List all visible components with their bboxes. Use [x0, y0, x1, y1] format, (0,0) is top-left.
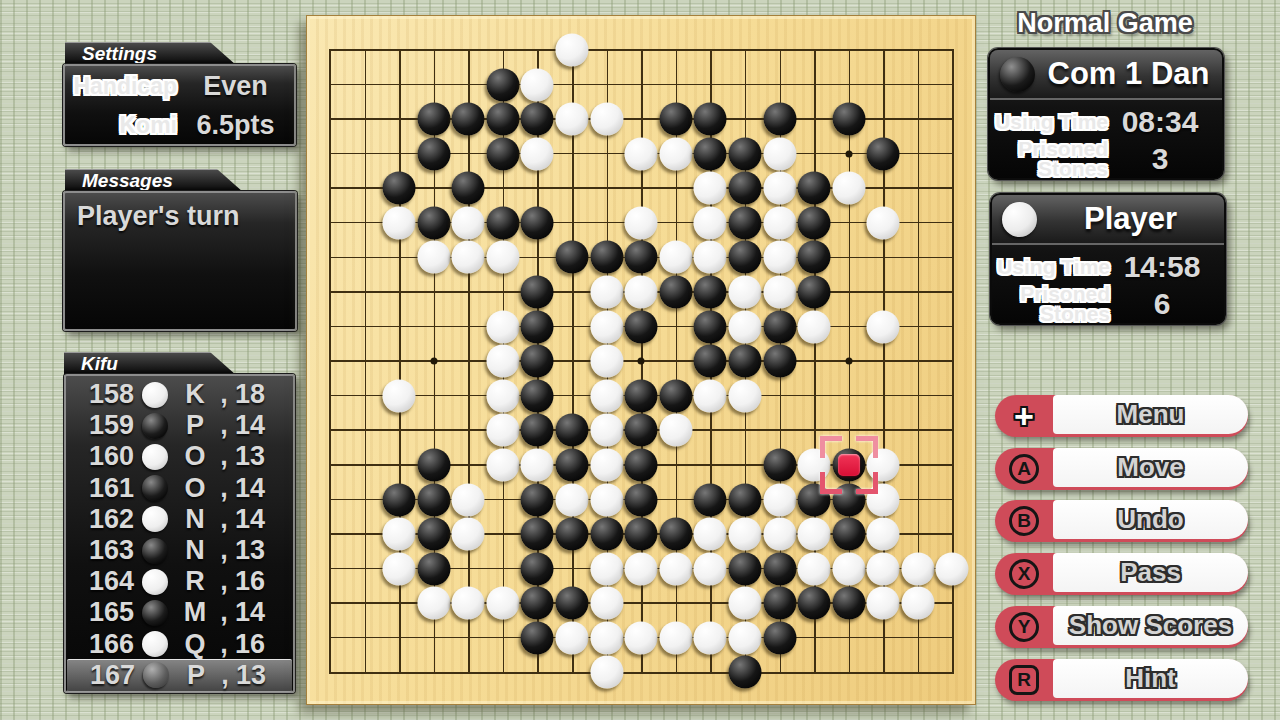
star-point — [845, 150, 852, 157]
move-row: 16 — [235, 629, 281, 660]
white-stone-icon — [142, 382, 168, 408]
black-stone — [625, 448, 658, 481]
turn-status-text: Player's turn — [77, 201, 240, 232]
move-col: P — [177, 410, 213, 441]
move-number: 167 — [73, 660, 135, 691]
white-stone — [521, 68, 554, 101]
komi-row: Komi 6.5pts — [65, 106, 294, 144]
white-stone — [625, 276, 658, 309]
kifu-row[interactable]: 165M,14 — [66, 597, 293, 628]
player-prisoned-count: 6 — [1110, 287, 1214, 321]
kifu-row[interactable]: 159P,14 — [66, 410, 293, 441]
white-stone — [556, 103, 589, 136]
undo-button[interactable]: BUndo — [995, 500, 1248, 542]
white-stone — [728, 621, 761, 654]
move-col: O — [177, 473, 213, 504]
black-stone — [556, 587, 589, 620]
white-stone — [901, 587, 934, 620]
white-stone — [625, 621, 658, 654]
white-stone — [590, 448, 623, 481]
using-time-label: Using Time — [992, 257, 1110, 277]
white-stone — [867, 310, 900, 343]
handicap-label: Handicap — [65, 73, 177, 100]
move-number: 164 — [72, 566, 134, 597]
com-using-time: 08:34 — [1108, 105, 1212, 139]
com-header: Com 1 Dan — [990, 50, 1222, 100]
settings-tab: Settings — [65, 42, 236, 65]
kifu-row[interactable]: 164R,16 — [66, 566, 293, 597]
white-stone — [763, 483, 796, 516]
move-comma: , — [213, 441, 235, 472]
move-number: 163 — [72, 535, 134, 566]
white-stone — [763, 206, 796, 239]
player-score-panel: Player Using Time 14:58 Prisoned Stones … — [990, 193, 1226, 325]
black-stone — [798, 241, 831, 274]
black-stone — [521, 345, 554, 378]
last-move-cursor — [820, 436, 878, 494]
white-stone — [832, 552, 865, 585]
move-comma: , — [214, 660, 236, 691]
handicap-value: Even — [177, 71, 294, 102]
black-stone-icon — [142, 413, 168, 439]
white-stone — [694, 206, 727, 239]
controller-key-+-icon: + — [1009, 401, 1039, 431]
black-stone — [659, 518, 692, 551]
black-stone — [694, 276, 727, 309]
com-score-panel: Com 1 Dan Using Time 08:34 Prisoned Ston… — [988, 48, 1224, 180]
settings-panel: Handicap Even Komi 6.5pts — [63, 64, 296, 146]
button-label: Menu — [1053, 395, 1248, 434]
black-stone-icon — [142, 600, 168, 626]
black-stone — [694, 345, 727, 378]
move-comma: , — [213, 410, 235, 441]
kifu-row[interactable]: 162N,14 — [66, 504, 293, 535]
white-stone — [486, 448, 519, 481]
black-stone — [383, 172, 416, 205]
black-stone — [556, 414, 589, 447]
black-stone — [590, 518, 623, 551]
move-row: 14 — [235, 410, 281, 441]
black-stone — [728, 483, 761, 516]
black-stone — [417, 137, 450, 170]
move-number: 165 — [72, 597, 134, 628]
white-stone — [590, 656, 623, 689]
controller-key-B-icon: B — [1009, 506, 1039, 536]
black-stone — [556, 448, 589, 481]
white-stone — [383, 552, 416, 585]
move-row: 14 — [235, 504, 281, 535]
controller-key-Y-icon: Y — [1009, 612, 1039, 642]
white-stone — [556, 34, 589, 67]
using-time-label: Using Time — [990, 112, 1108, 132]
last-move-marker — [838, 454, 860, 476]
button-label: Show Scores — [1053, 606, 1248, 645]
white-stone-icon — [142, 631, 168, 657]
move-comma: , — [213, 504, 235, 535]
white-stone — [383, 518, 416, 551]
black-stone — [521, 103, 554, 136]
black-stone — [417, 552, 450, 585]
move-row: 13 — [236, 660, 282, 691]
white-stone — [452, 206, 485, 239]
com-prisoned-count: 3 — [1108, 142, 1212, 176]
black-stone — [867, 137, 900, 170]
black-stone — [486, 137, 519, 170]
black-stone — [728, 345, 761, 378]
white-stone — [867, 518, 900, 551]
black-stone — [832, 103, 865, 136]
white-stone — [728, 310, 761, 343]
move-comma: , — [213, 379, 235, 410]
com-prisoned-row: Prisoned Stones 3 — [990, 139, 1212, 179]
black-stone — [763, 587, 796, 620]
star-point — [638, 358, 645, 365]
star-point — [845, 358, 852, 365]
black-stone — [625, 379, 658, 412]
controller-key-R-icon: R — [1009, 665, 1039, 695]
button-label: Undo — [1053, 500, 1248, 539]
white-stone — [728, 518, 761, 551]
black-stone — [728, 172, 761, 205]
kifu-row[interactable]: 166Q,16 — [66, 629, 293, 660]
show-scores-button[interactable]: YShow Scores — [995, 606, 1248, 648]
move-col: N — [177, 535, 213, 566]
black-stone — [486, 103, 519, 136]
white-stone — [728, 379, 761, 412]
kifu-row[interactable]: 161O,14 — [66, 473, 293, 504]
move-number: 159 — [72, 410, 134, 441]
black-stone — [798, 587, 831, 620]
move-col: K — [177, 379, 213, 410]
controller-key-A-icon: A — [1009, 454, 1039, 484]
white-stone — [694, 621, 727, 654]
black-stone — [556, 518, 589, 551]
white-stone — [521, 448, 554, 481]
black-stone — [694, 483, 727, 516]
white-stone — [625, 137, 658, 170]
com-using-time-row: Using Time 08:34 — [990, 105, 1212, 139]
black-stone — [486, 68, 519, 101]
player-header: Player — [992, 195, 1224, 245]
button-label: Pass — [1053, 553, 1248, 592]
black-stone — [417, 206, 450, 239]
black-stone — [763, 103, 796, 136]
black-stone — [521, 518, 554, 551]
white-stone — [659, 241, 692, 274]
move-row: 16 — [235, 566, 281, 597]
prisoned-stones-label: Prisoned Stones — [992, 284, 1110, 324]
black-stone — [728, 241, 761, 274]
white-stone — [590, 276, 623, 309]
move-col: N — [177, 504, 213, 535]
player-name: Player — [1037, 201, 1224, 237]
white-stone — [590, 414, 623, 447]
white-stone — [486, 310, 519, 343]
handicap-row: Handicap Even — [65, 67, 294, 105]
white-stone — [452, 241, 485, 274]
white-stone — [763, 276, 796, 309]
page-title: Normal Game — [1000, 8, 1210, 39]
black-stone — [798, 276, 831, 309]
black-stone — [521, 276, 554, 309]
white-stone — [452, 587, 485, 620]
white-stone — [521, 137, 554, 170]
black-stone — [763, 310, 796, 343]
white-stone — [486, 414, 519, 447]
menu-button[interactable]: +Menu — [995, 395, 1248, 437]
move-row: 14 — [235, 597, 281, 628]
black-stone — [521, 414, 554, 447]
white-stone — [694, 379, 727, 412]
komi-value: 6.5pts — [177, 110, 294, 141]
white-stone — [625, 552, 658, 585]
black-stone — [625, 310, 658, 343]
white-stone — [798, 310, 831, 343]
move-col: O — [177, 441, 213, 472]
black-stone — [521, 483, 554, 516]
move-row: 13 — [235, 441, 281, 472]
white-stone — [659, 552, 692, 585]
black-stone — [521, 552, 554, 585]
kifu-tab: Kifu — [64, 352, 236, 375]
black-stone — [659, 103, 692, 136]
move-col: R — [177, 566, 213, 597]
black-stone — [798, 172, 831, 205]
move-button[interactable]: AMove — [995, 448, 1248, 490]
messages-panel: Player's turn — [63, 191, 297, 331]
com-name: Com 1 Dan — [1035, 56, 1222, 92]
white-stone-icon — [142, 444, 168, 470]
komi-label: Komi — [65, 112, 177, 139]
white-stone — [798, 518, 831, 551]
white-stone — [936, 552, 969, 585]
white-stone — [417, 587, 450, 620]
move-row: 13 — [235, 535, 281, 566]
move-number: 166 — [72, 629, 134, 660]
white-stone — [590, 379, 623, 412]
move-row: 14 — [235, 473, 281, 504]
white-stone — [556, 483, 589, 516]
kifu-move-list: 158K,18159P,14160O,13161O,14162N,14163N,… — [64, 374, 295, 693]
white-stone — [452, 518, 485, 551]
black-stone — [763, 448, 796, 481]
move-comma: , — [213, 629, 235, 660]
white-stone — [867, 552, 900, 585]
move-number: 161 — [72, 473, 134, 504]
black-stone — [521, 379, 554, 412]
white-stone — [867, 206, 900, 239]
white-stone — [659, 137, 692, 170]
black-stone — [694, 103, 727, 136]
black-stone — [832, 518, 865, 551]
white-stone — [590, 621, 623, 654]
move-comma: , — [213, 597, 235, 628]
black-stone — [383, 483, 416, 516]
white-stone — [867, 587, 900, 620]
white-stone — [590, 345, 623, 378]
black-stone — [625, 518, 658, 551]
move-comma: , — [213, 566, 235, 597]
black-stone — [659, 379, 692, 412]
white-stone — [590, 587, 623, 620]
black-stone — [486, 206, 519, 239]
kifu-row[interactable]: 167P,13 — [67, 659, 292, 692]
black-stone — [625, 241, 658, 274]
black-stone — [417, 518, 450, 551]
black-stone — [728, 137, 761, 170]
black-stone — [728, 656, 761, 689]
black-stone — [798, 206, 831, 239]
black-stone-icon — [1000, 57, 1035, 92]
black-stone-icon — [142, 538, 168, 564]
white-stone — [590, 103, 623, 136]
black-stone — [659, 276, 692, 309]
black-stone — [521, 206, 554, 239]
black-stone — [728, 552, 761, 585]
white-stone — [694, 518, 727, 551]
move-row: 18 — [235, 379, 281, 410]
star-point — [430, 358, 437, 365]
black-stone — [521, 587, 554, 620]
black-stone — [832, 587, 865, 620]
white-stone — [728, 276, 761, 309]
player-using-time-row: Using Time 14:58 — [992, 250, 1214, 284]
black-stone — [556, 241, 589, 274]
white-stone-icon — [142, 569, 168, 595]
black-stone — [625, 414, 658, 447]
white-stone — [383, 379, 416, 412]
black-stone — [521, 310, 554, 343]
white-stone — [625, 206, 658, 239]
kifu-row[interactable]: 160O,13 — [66, 441, 293, 472]
white-stone — [486, 241, 519, 274]
white-stone — [763, 518, 796, 551]
white-stone — [452, 483, 485, 516]
white-stone — [659, 621, 692, 654]
move-number: 162 — [72, 504, 134, 535]
black-stone — [452, 103, 485, 136]
black-stone — [763, 621, 796, 654]
white-stone — [694, 172, 727, 205]
white-stone — [728, 587, 761, 620]
move-col: M — [177, 597, 213, 628]
pass-button[interactable]: XPass — [995, 553, 1248, 595]
black-stone — [521, 621, 554, 654]
white-stone — [486, 379, 519, 412]
white-stone — [763, 172, 796, 205]
white-stone — [659, 414, 692, 447]
white-stone — [763, 241, 796, 274]
black-stone — [417, 448, 450, 481]
kifu-row[interactable]: 158K,18 — [66, 379, 293, 410]
black-stone — [417, 483, 450, 516]
black-stone — [590, 241, 623, 274]
white-stone — [417, 241, 450, 274]
button-label: Move — [1053, 448, 1248, 487]
black-stone — [417, 103, 450, 136]
white-stone — [590, 310, 623, 343]
black-stone — [694, 137, 727, 170]
white-stone-icon — [1002, 202, 1037, 237]
move-comma: , — [213, 535, 235, 566]
white-stone — [383, 206, 416, 239]
white-stone — [832, 172, 865, 205]
black-stone — [728, 206, 761, 239]
white-stone — [486, 345, 519, 378]
go-board[interactable] — [306, 15, 976, 705]
prisoned-stones-label: Prisoned Stones — [990, 139, 1108, 179]
move-comma: , — [213, 473, 235, 504]
kifu-row[interactable]: 163N,13 — [66, 535, 293, 566]
black-stone-icon — [143, 662, 169, 688]
button-label: Hint — [1053, 659, 1248, 698]
white-stone — [556, 621, 589, 654]
white-stone — [901, 552, 934, 585]
black-stone — [763, 552, 796, 585]
white-stone — [763, 137, 796, 170]
white-stone — [486, 587, 519, 620]
move-col: P — [178, 660, 214, 691]
black-stone — [452, 172, 485, 205]
go-board-grid[interactable] — [329, 49, 954, 674]
messages-tab: Messages — [65, 169, 243, 192]
move-number: 160 — [72, 441, 134, 472]
player-prisoned-row: Prisoned Stones 6 — [992, 284, 1214, 324]
hint-button[interactable]: RHint — [995, 659, 1248, 701]
black-stone — [625, 483, 658, 516]
white-stone — [694, 241, 727, 274]
white-stone — [694, 552, 727, 585]
move-number: 158 — [72, 379, 134, 410]
black-stone — [694, 310, 727, 343]
move-col: Q — [177, 629, 213, 660]
controller-key-X-icon: X — [1009, 559, 1039, 589]
player-using-time: 14:58 — [1110, 250, 1214, 284]
black-stone — [763, 345, 796, 378]
white-stone-icon — [142, 506, 168, 532]
black-stone-icon — [142, 475, 168, 501]
white-stone — [590, 552, 623, 585]
white-stone — [798, 552, 831, 585]
white-stone — [590, 483, 623, 516]
